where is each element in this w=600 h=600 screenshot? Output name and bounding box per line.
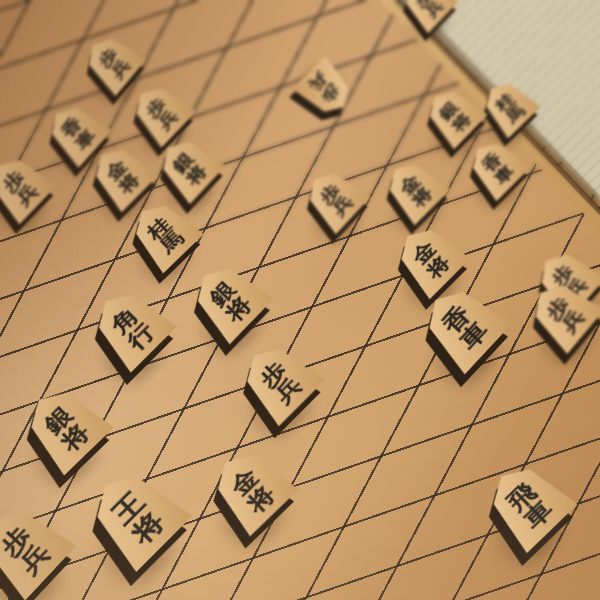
shogi-photo-scene: 歩兵歩兵歩兵桂馬歩兵銀将香車銀将香車金将歩兵金将歩兵桂馬金将歩兵銀将歩兵香車角行…: [0, 0, 600, 600]
kanji-glyph: 兵: [423, 0, 446, 20]
